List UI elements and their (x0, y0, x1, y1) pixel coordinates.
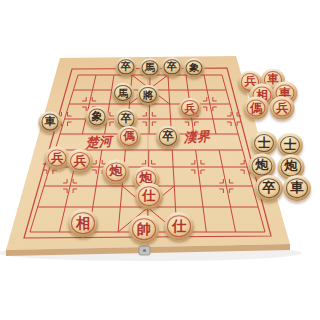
piece-character: 仕 (142, 189, 155, 202)
xiangqi-piece: 卒 (162, 57, 183, 76)
piece-character: 兵 (276, 102, 288, 114)
piece-character: 車 (44, 116, 55, 127)
piece-character: 卒 (262, 181, 275, 194)
piece-character: 炮 (285, 160, 298, 173)
xiangqi-piece: 傌 (117, 126, 141, 148)
xiangqi-piece: 士 (251, 131, 277, 155)
xiangqi-piece: 相 (68, 209, 98, 237)
piece-character: 卒 (121, 62, 131, 72)
xiangqi-set-photo: 楚河 漢界 卒馬卒象馬將兵車象卒傌卒兵兵炮炮仕相帥仕兵車相車傌兵士士炮炮卒車 (0, 0, 320, 320)
xiangqi-piece: 仕 (164, 212, 194, 240)
piece-character: 將 (143, 89, 154, 100)
piece-character: 炮 (110, 165, 123, 178)
xiangqi-piece: 士 (277, 133, 303, 157)
piece-character: 馬 (118, 87, 129, 98)
xiangqi-piece: 卒 (255, 175, 283, 201)
piece-character: 車 (290, 181, 303, 194)
piece-character: 相 (76, 215, 90, 229)
xiangqi-piece: 象 (86, 106, 109, 127)
xiangqi-piece: 車 (283, 175, 311, 201)
piece-character: 卒 (167, 62, 177, 72)
xiangqi-piece: 兵 (179, 98, 201, 118)
xiangqi-piece: 傌 (244, 97, 269, 120)
piece-character: 卒 (162, 131, 174, 143)
piece-character: 兵 (185, 102, 196, 113)
xiangqi-piece: 兵 (67, 149, 93, 173)
piece-layer: 卒馬卒象馬將兵車象卒傌卒兵兵炮炮仕相帥仕兵車相車傌兵士士炮炮卒車 (0, 0, 320, 320)
piece-character: 卒 (120, 113, 131, 124)
piece-character: 兵 (74, 154, 86, 166)
xiangqi-piece: 象 (184, 58, 205, 77)
piece-character: 象 (91, 111, 102, 122)
xiangqi-piece: 兵 (45, 147, 70, 170)
xiangqi-piece: 炮 (103, 160, 130, 185)
xiangqi-piece: 帥 (129, 215, 159, 243)
piece-character: 士 (258, 136, 270, 148)
xiangqi-piece: 卒 (116, 57, 137, 76)
piece-character: 炮 (256, 159, 269, 172)
xiangqi-piece: 馬 (140, 58, 161, 77)
xiangqi-piece: 兵 (270, 97, 295, 120)
piece-character: 仕 (172, 218, 186, 232)
piece-character: 傌 (250, 102, 262, 114)
piece-character: 兵 (51, 152, 63, 164)
xiangqi-piece: 卒 (156, 126, 180, 148)
piece-character: 傌 (123, 131, 135, 143)
piece-character: 帥 (137, 221, 151, 235)
xiangqi-piece: 仕 (135, 183, 163, 209)
xiangqi-piece: 車 (39, 111, 62, 132)
xiangqi-piece: 將 (137, 85, 159, 105)
piece-character: 士 (284, 138, 296, 150)
xiangqi-piece: 馬 (112, 83, 134, 103)
piece-character: 馬 (145, 63, 155, 73)
piece-character: 象 (189, 63, 199, 73)
